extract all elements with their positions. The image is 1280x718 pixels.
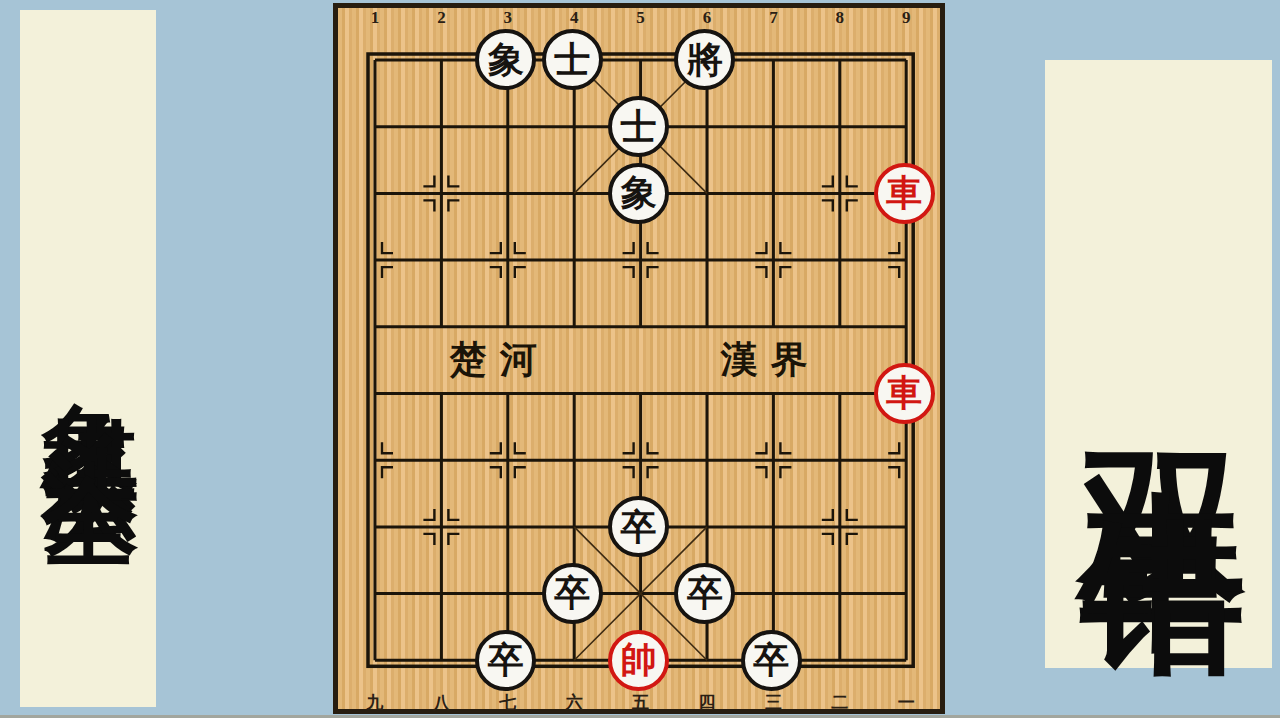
board-point-4-9: 卒 xyxy=(539,560,605,627)
file-label-bottom-9: 一 xyxy=(884,693,928,713)
file-label-bottom-3: 七 xyxy=(486,693,530,713)
black-soldier-piece[interactable]: 卒 xyxy=(674,563,735,624)
file-label-bottom-7: 三 xyxy=(751,693,795,713)
board-point-5-3: 象 xyxy=(605,160,671,227)
black-general-piece[interactable]: 將 xyxy=(674,29,735,90)
red-chariot-piece[interactable]: 車 xyxy=(874,363,935,424)
file-label-top-5: 5 xyxy=(619,8,663,28)
board-point-9-6: 車 xyxy=(871,360,937,427)
board-point-6-9: 卒 xyxy=(672,560,738,627)
red-general-piece[interactable]: 帥 xyxy=(608,630,669,691)
xiangqi-board: 123456789 九八七六五四三二一 楚 河 漢 界 象士將士象車車卒卒卒卒帥… xyxy=(333,3,945,714)
left-title-panel: 象棋杀法大全 xyxy=(20,10,156,707)
board-point-6-1: 將 xyxy=(672,27,738,94)
file-label-top-9: 9 xyxy=(884,8,928,28)
red-chariot-piece[interactable]: 車 xyxy=(874,163,935,224)
file-label-top-2: 2 xyxy=(419,8,463,28)
file-label-bottom-1: 九 xyxy=(353,693,397,713)
file-label-top-3: 3 xyxy=(486,8,530,28)
board-point-5-2: 士 xyxy=(605,93,671,160)
board-point-7-10: 卒 xyxy=(738,627,804,694)
board-point-4-1: 士 xyxy=(539,27,605,94)
file-label-bottom-6: 四 xyxy=(685,693,729,713)
board-point-9-3: 車 xyxy=(871,160,937,227)
right-title-text: 双車错 xyxy=(1045,60,1272,668)
file-label-top-7: 7 xyxy=(751,8,795,28)
black-soldier-piece[interactable]: 卒 xyxy=(542,563,603,624)
file-label-bottom-2: 八 xyxy=(419,693,463,713)
black-elephant-piece[interactable]: 象 xyxy=(475,29,536,90)
black-elephant-piece[interactable]: 象 xyxy=(608,163,669,224)
file-label-top-8: 8 xyxy=(818,8,862,28)
pieces-grid: 象士將士象車車卒卒卒卒帥卒 xyxy=(340,27,938,694)
file-label-bottom-8: 二 xyxy=(818,693,862,713)
file-label-top-6: 6 xyxy=(685,8,729,28)
black-soldier-piece[interactable]: 卒 xyxy=(475,630,536,691)
black-advisor-piece[interactable]: 士 xyxy=(608,96,669,157)
board-point-3-10: 卒 xyxy=(473,627,539,694)
file-labels-bottom: 九八七六五四三二一 xyxy=(338,693,940,713)
black-advisor-piece[interactable]: 士 xyxy=(542,29,603,90)
video-frame: 象棋杀法大全 双車错 123456789 九八七六五四三二一 楚 河 漢 界 象… xyxy=(0,0,1280,718)
board-point-5-10: 帥 xyxy=(605,627,671,694)
file-label-bottom-4: 六 xyxy=(552,693,596,713)
black-soldier-piece[interactable]: 卒 xyxy=(741,630,802,691)
board-point-5-8: 卒 xyxy=(605,493,671,560)
file-label-top-4: 4 xyxy=(552,8,596,28)
file-labels-top: 123456789 xyxy=(338,8,940,28)
board-point-3-1: 象 xyxy=(473,27,539,94)
left-title-text: 象棋杀法大全 xyxy=(20,10,156,707)
file-label-bottom-5: 五 xyxy=(619,693,663,713)
file-label-top-1: 1 xyxy=(353,8,397,28)
right-title-panel: 双車错 xyxy=(1045,60,1272,668)
black-soldier-piece[interactable]: 卒 xyxy=(608,496,669,557)
